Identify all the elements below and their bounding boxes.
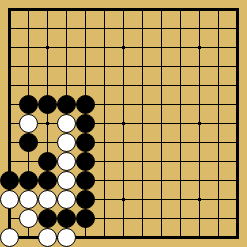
board-point[interactable] bbox=[171, 114, 190, 133]
board-point[interactable] bbox=[209, 95, 228, 114]
board-point[interactable]: ● bbox=[76, 152, 95, 171]
board-point[interactable] bbox=[114, 76, 133, 95]
board-point[interactable] bbox=[57, 0, 76, 19]
board-point[interactable] bbox=[228, 209, 247, 228]
board-point[interactable] bbox=[190, 171, 209, 190]
white-stone: ○ bbox=[57, 171, 76, 190]
board-point[interactable] bbox=[114, 152, 133, 171]
white-stone: ○ bbox=[57, 228, 76, 247]
black-stone: ● bbox=[19, 95, 38, 114]
board-point[interactable]: ● bbox=[19, 133, 38, 152]
board-point[interactable] bbox=[19, 152, 38, 171]
board-point[interactable] bbox=[171, 190, 190, 209]
board-point[interactable]: ○ bbox=[57, 133, 76, 152]
board-point[interactable] bbox=[228, 76, 247, 95]
board-point[interactable] bbox=[190, 209, 209, 228]
black-stone: ● bbox=[76, 152, 95, 171]
board-point[interactable] bbox=[171, 133, 190, 152]
white-stone: ○ bbox=[0, 190, 19, 209]
black-stone: ● bbox=[19, 171, 38, 190]
board-point[interactable] bbox=[0, 209, 19, 228]
board-point[interactable] bbox=[133, 0, 152, 19]
board-point[interactable] bbox=[76, 57, 95, 76]
board-point[interactable] bbox=[38, 0, 57, 19]
board-point[interactable] bbox=[228, 19, 247, 38]
board-point[interactable] bbox=[95, 114, 114, 133]
board-point[interactable] bbox=[76, 38, 95, 57]
board-point[interactable] bbox=[76, 228, 95, 247]
board-point[interactable] bbox=[95, 190, 114, 209]
white-stone: ○ bbox=[19, 114, 38, 133]
board-point[interactable]: ○ bbox=[38, 190, 57, 209]
board-point[interactable] bbox=[171, 95, 190, 114]
board-point[interactable] bbox=[171, 209, 190, 228]
board-point[interactable] bbox=[38, 114, 57, 133]
board-point[interactable] bbox=[19, 19, 38, 38]
board-point[interactable] bbox=[57, 57, 76, 76]
black-stone: ● bbox=[0, 171, 19, 190]
board-point[interactable] bbox=[190, 152, 209, 171]
black-stone: ● bbox=[76, 171, 95, 190]
board-point[interactable] bbox=[209, 152, 228, 171]
board-point[interactable]: ● bbox=[76, 133, 95, 152]
board-point[interactable] bbox=[171, 0, 190, 19]
board-point[interactable] bbox=[114, 19, 133, 38]
board-point[interactable] bbox=[57, 19, 76, 38]
black-stone: ● bbox=[19, 133, 38, 152]
board-point[interactable]: ● bbox=[76, 95, 95, 114]
board-point[interactable] bbox=[95, 95, 114, 114]
board-point[interactable] bbox=[114, 171, 133, 190]
board-point[interactable] bbox=[114, 209, 133, 228]
board-point[interactable] bbox=[228, 152, 247, 171]
board-points-grid[interactable]: ●●●●○○●●○●●○●●●●○●○○○○●○●●●○○○ bbox=[0, 0, 247, 247]
board-point[interactable] bbox=[152, 57, 171, 76]
black-stone: ● bbox=[76, 209, 95, 228]
black-stone: ● bbox=[76, 133, 95, 152]
board-point[interactable]: ● bbox=[57, 209, 76, 228]
go-board: ●●●●○○●●○●●○●●●●○●○○○○●○●●●○○○ bbox=[0, 0, 247, 247]
board-point[interactable] bbox=[95, 38, 114, 57]
board-point[interactable] bbox=[171, 76, 190, 95]
board-point[interactable] bbox=[57, 76, 76, 95]
board-point[interactable] bbox=[152, 38, 171, 57]
board-point[interactable] bbox=[95, 0, 114, 19]
board-point[interactable]: ● bbox=[19, 95, 38, 114]
white-stone: ○ bbox=[57, 152, 76, 171]
board-point[interactable]: ○ bbox=[38, 228, 57, 247]
board-point[interactable] bbox=[228, 38, 247, 57]
board-point[interactable] bbox=[95, 171, 114, 190]
board-point[interactable] bbox=[209, 57, 228, 76]
board-point[interactable] bbox=[190, 57, 209, 76]
black-stone: ● bbox=[38, 95, 57, 114]
board-point[interactable] bbox=[38, 19, 57, 38]
board-point[interactable]: ○ bbox=[0, 190, 19, 209]
board-point[interactable] bbox=[209, 38, 228, 57]
board-point[interactable] bbox=[133, 209, 152, 228]
white-stone: ○ bbox=[57, 190, 76, 209]
board-point[interactable] bbox=[171, 38, 190, 57]
board-point[interactable] bbox=[152, 114, 171, 133]
board-point[interactable] bbox=[95, 152, 114, 171]
board-point[interactable] bbox=[0, 19, 19, 38]
board-point[interactable] bbox=[114, 133, 133, 152]
board-point[interactable] bbox=[0, 114, 19, 133]
board-point[interactable] bbox=[152, 133, 171, 152]
board-point[interactable] bbox=[152, 228, 171, 247]
board-point[interactable] bbox=[76, 76, 95, 95]
board-point[interactable]: ○ bbox=[57, 114, 76, 133]
black-stone: ● bbox=[57, 95, 76, 114]
board-point[interactable] bbox=[114, 57, 133, 76]
board-point[interactable] bbox=[38, 76, 57, 95]
black-stone: ● bbox=[76, 95, 95, 114]
board-point[interactable]: ○ bbox=[57, 228, 76, 247]
board-point[interactable]: ● bbox=[76, 209, 95, 228]
board-point[interactable] bbox=[152, 19, 171, 38]
board-point[interactable] bbox=[95, 19, 114, 38]
board-point[interactable] bbox=[0, 133, 19, 152]
board-point[interactable] bbox=[114, 228, 133, 247]
board-point[interactable] bbox=[133, 171, 152, 190]
board-point[interactable] bbox=[114, 38, 133, 57]
board-point[interactable] bbox=[228, 133, 247, 152]
board-point[interactable] bbox=[152, 95, 171, 114]
board-point[interactable] bbox=[228, 95, 247, 114]
white-stone: ○ bbox=[19, 190, 38, 209]
white-stone: ○ bbox=[19, 209, 38, 228]
board-point[interactable] bbox=[133, 38, 152, 57]
board-point[interactable]: ○ bbox=[19, 114, 38, 133]
board-point[interactable]: ● bbox=[76, 114, 95, 133]
board-point[interactable] bbox=[95, 57, 114, 76]
board-point[interactable] bbox=[133, 57, 152, 76]
board-point[interactable] bbox=[19, 0, 38, 19]
board-point[interactable] bbox=[133, 152, 152, 171]
board-point[interactable] bbox=[209, 76, 228, 95]
board-point[interactable] bbox=[76, 0, 95, 19]
board-point[interactable]: ● bbox=[76, 190, 95, 209]
board-point[interactable] bbox=[190, 228, 209, 247]
board-point[interactable] bbox=[114, 190, 133, 209]
board-point[interactable] bbox=[0, 76, 19, 95]
board-point[interactable] bbox=[190, 133, 209, 152]
board-point[interactable]: ○ bbox=[57, 171, 76, 190]
board-point[interactable]: ○ bbox=[0, 228, 19, 247]
white-stone: ○ bbox=[57, 133, 76, 152]
board-point[interactable] bbox=[0, 38, 19, 57]
board-point[interactable] bbox=[171, 228, 190, 247]
board-point[interactable] bbox=[114, 0, 133, 19]
board-point[interactable] bbox=[171, 152, 190, 171]
board-point[interactable]: ○ bbox=[57, 190, 76, 209]
board-point[interactable] bbox=[171, 57, 190, 76]
board-point[interactable] bbox=[228, 190, 247, 209]
board-point[interactable] bbox=[209, 133, 228, 152]
white-stone: ○ bbox=[38, 190, 57, 209]
board-point[interactable] bbox=[19, 57, 38, 76]
board-point[interactable] bbox=[133, 76, 152, 95]
board-point[interactable] bbox=[95, 228, 114, 247]
board-point[interactable] bbox=[0, 0, 19, 19]
board-point[interactable] bbox=[152, 209, 171, 228]
black-stone: ● bbox=[38, 152, 57, 171]
board-point[interactable] bbox=[19, 38, 38, 57]
board-point[interactable]: ● bbox=[76, 171, 95, 190]
board-point[interactable] bbox=[152, 171, 171, 190]
white-stone: ○ bbox=[0, 228, 19, 247]
board-point[interactable] bbox=[133, 190, 152, 209]
board-point[interactable] bbox=[95, 76, 114, 95]
board-point[interactable] bbox=[209, 114, 228, 133]
board-point[interactable]: ● bbox=[38, 152, 57, 171]
black-stone: ● bbox=[57, 209, 76, 228]
board-point[interactable]: ● bbox=[19, 171, 38, 190]
board-point[interactable] bbox=[190, 0, 209, 19]
board-point[interactable] bbox=[209, 171, 228, 190]
board-point[interactable] bbox=[133, 228, 152, 247]
board-point[interactable] bbox=[133, 19, 152, 38]
board-point[interactable]: ● bbox=[38, 95, 57, 114]
board-point[interactable] bbox=[0, 95, 19, 114]
board-point[interactable] bbox=[190, 190, 209, 209]
board-point[interactable] bbox=[0, 152, 19, 171]
board-point[interactable] bbox=[190, 38, 209, 57]
black-stone: ● bbox=[38, 209, 57, 228]
board-point[interactable] bbox=[133, 133, 152, 152]
board-point[interactable] bbox=[209, 190, 228, 209]
board-point[interactable] bbox=[95, 209, 114, 228]
board-point[interactable]: ● bbox=[38, 171, 57, 190]
board-point[interactable] bbox=[152, 0, 171, 19]
board-point[interactable] bbox=[190, 76, 209, 95]
board-point[interactable] bbox=[133, 114, 152, 133]
board-point[interactable] bbox=[209, 0, 228, 19]
board-point[interactable] bbox=[190, 19, 209, 38]
board-point[interactable] bbox=[152, 190, 171, 209]
board-point[interactable] bbox=[38, 57, 57, 76]
white-stone: ○ bbox=[38, 228, 57, 247]
board-point[interactable] bbox=[76, 19, 95, 38]
board-point[interactable]: ● bbox=[0, 171, 19, 190]
board-point[interactable] bbox=[228, 0, 247, 19]
board-point[interactable] bbox=[152, 76, 171, 95]
black-stone: ● bbox=[76, 190, 95, 209]
board-point[interactable] bbox=[171, 19, 190, 38]
board-point[interactable] bbox=[19, 76, 38, 95]
board-point[interactable] bbox=[152, 152, 171, 171]
board-point[interactable] bbox=[95, 133, 114, 152]
board-point[interactable]: ○ bbox=[19, 209, 38, 228]
board-point[interactable]: ○ bbox=[57, 152, 76, 171]
board-point[interactable] bbox=[228, 57, 247, 76]
board-point[interactable] bbox=[114, 95, 133, 114]
board-point[interactable] bbox=[228, 171, 247, 190]
board-point[interactable] bbox=[190, 95, 209, 114]
board-point[interactable] bbox=[57, 38, 76, 57]
board-point[interactable] bbox=[190, 114, 209, 133]
board-point[interactable] bbox=[209, 19, 228, 38]
black-stone: ● bbox=[38, 171, 57, 190]
board-point[interactable]: ● bbox=[57, 95, 76, 114]
board-point[interactable] bbox=[0, 57, 19, 76]
board-point[interactable]: ● bbox=[38, 209, 57, 228]
board-point[interactable] bbox=[133, 95, 152, 114]
board-point[interactable]: ○ bbox=[19, 190, 38, 209]
board-point[interactable] bbox=[19, 228, 38, 247]
black-stone: ● bbox=[76, 114, 95, 133]
board-point[interactable] bbox=[38, 133, 57, 152]
board-point[interactable] bbox=[209, 228, 228, 247]
board-point[interactable] bbox=[209, 209, 228, 228]
board-point[interactable] bbox=[38, 38, 57, 57]
board-point[interactable] bbox=[114, 114, 133, 133]
white-stone: ○ bbox=[57, 114, 76, 133]
board-point[interactable] bbox=[171, 171, 190, 190]
board-point[interactable] bbox=[228, 114, 247, 133]
board-point[interactable] bbox=[228, 228, 247, 247]
